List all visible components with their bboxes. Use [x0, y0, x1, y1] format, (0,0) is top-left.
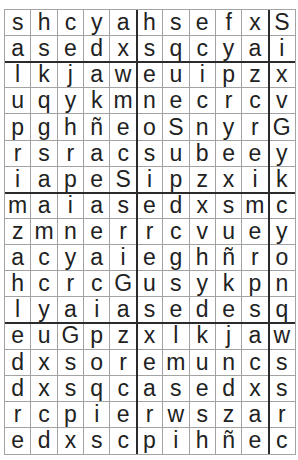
grid-cell-r17c8[interactable]: h [190, 428, 216, 454]
grid-cell-r12c10[interactable]: s [242, 297, 268, 323]
grid-cell-r14c11[interactable]: s [269, 350, 295, 376]
grid-cell-r9c2[interactable]: m [31, 219, 57, 245]
grid-cell-r1c7[interactable]: s [163, 10, 189, 36]
grid-cell-r7c10[interactable]: i [242, 167, 268, 193]
grid-cell-r13c5[interactable]: z [110, 323, 136, 349]
grid-cell-r9c3[interactable]: n [58, 219, 84, 245]
grid-cell-r17c9[interactable]: ñ [216, 428, 242, 454]
grid-cell-r13c4[interactable]: p [84, 323, 110, 349]
grid-cell-r5c11[interactable]: G [269, 114, 295, 140]
grid-cell-r10c2[interactable]: c [31, 245, 57, 271]
grid-cell-r5c9[interactable]: y [216, 114, 242, 140]
grid-cell-r14c10[interactable]: c [242, 350, 268, 376]
grid-cell-r7c5[interactable]: S [110, 167, 136, 193]
grid-cell-r16c6[interactable]: r [137, 402, 163, 428]
grid-cell-r13c11[interactable]: w [269, 323, 295, 349]
grid-cell-r3c5[interactable]: w [110, 62, 136, 88]
grid-cell-r17c3[interactable]: x [58, 428, 84, 454]
grid-cell-r6c3[interactable]: r [58, 141, 84, 167]
grid-cell-r8c5[interactable]: s [110, 193, 136, 219]
grid-cell-r10c7[interactable]: g [163, 245, 189, 271]
grid-cell-r3c2[interactable]: k [31, 62, 57, 88]
grid-cell-r11c10[interactable]: p [242, 271, 268, 297]
grid-cell-r1c3[interactable]: c [58, 10, 84, 36]
grid-cell-r11c7[interactable]: s [163, 271, 189, 297]
grid-cell-r4c4[interactable]: k [84, 88, 110, 114]
grid-cell-r16c1[interactable]: r [5, 402, 31, 428]
grid-cell-r12c2[interactable]: y [31, 297, 57, 323]
grid-cell-r6c5[interactable]: c [110, 141, 136, 167]
grid-cell-r12c3[interactable]: a [58, 297, 84, 323]
grid-cell-r10c4[interactable]: a [84, 245, 110, 271]
grid-cell-r5c10[interactable]: r [242, 114, 268, 140]
grid-cell-r14c5[interactable]: r [110, 350, 136, 376]
grid-cell-r7c9[interactable]: x [216, 167, 242, 193]
grid-cell-r17c10[interactable]: e [242, 428, 268, 454]
grid-cell-r3c11[interactable]: x [269, 62, 295, 88]
grid-cell-r17c4[interactable]: s [84, 428, 110, 454]
grid-cell-r16c7[interactable]: w [163, 402, 189, 428]
grid-cell-r1c10[interactable]: x [242, 10, 268, 36]
grid-cell-r3c3[interactable]: j [58, 62, 84, 88]
grid-cell-r4c3[interactable]: y [58, 88, 84, 114]
grid-cell-r13c3[interactable]: G [58, 323, 84, 349]
grid-cell-r8c10[interactable]: m [242, 193, 268, 219]
grid-cell-r12c11[interactable]: q [269, 297, 295, 323]
grid-cell-r12c9[interactable]: e [216, 297, 242, 323]
grid-cell-r5c7[interactable]: S [163, 114, 189, 140]
grid-cell-r5c3[interactable]: h [58, 114, 84, 140]
grid-cell-r16c11[interactable]: r [269, 402, 295, 428]
grid-cell-r6c1[interactable]: r [5, 141, 31, 167]
grid-cell-r8c1[interactable]: m [5, 193, 31, 219]
grid-cell-r17c11[interactable]: c [269, 428, 295, 454]
grid-cell-r4c11[interactable]: v [269, 88, 295, 114]
grid-cell-r8c4[interactable]: a [84, 193, 110, 219]
grid-cell-r4c6[interactable]: n [137, 88, 163, 114]
grid-cell-r2c8[interactable]: c [190, 36, 216, 62]
grid-cell-r11c4[interactable]: c [84, 271, 110, 297]
grid-cell-r1c4[interactable]: y [84, 10, 110, 36]
grid-cell-r2c7[interactable]: q [163, 36, 189, 62]
grid-cell-r11c6[interactable]: u [137, 271, 163, 297]
grid-cell-r6c4[interactable]: a [84, 141, 110, 167]
grid-cell-r9c9[interactable]: u [216, 219, 242, 245]
grid-cell-r15c7[interactable]: s [163, 376, 189, 402]
grid-cell-r10c5[interactable]: i [110, 245, 136, 271]
grid-cell-r2c10[interactable]: a [242, 36, 268, 62]
grid-cell-r7c6[interactable]: i [137, 167, 163, 193]
grid-cell-r14c4[interactable]: o [84, 350, 110, 376]
grid-cell-r8c7[interactable]: d [163, 193, 189, 219]
grid-cell-r14c6[interactable]: e [137, 350, 163, 376]
grid-cell-r3c7[interactable]: u [163, 62, 189, 88]
grid-cell-r2c4[interactable]: d [84, 36, 110, 62]
grid-cell-r5c8[interactable]: n [190, 114, 216, 140]
grid-cell-r11c1[interactable]: h [5, 271, 31, 297]
grid-cell-r3c10[interactable]: z [242, 62, 268, 88]
grid-cell-r4c8[interactable]: c [190, 88, 216, 114]
grid-cell-r15c1[interactable]: d [5, 376, 31, 402]
grid-cell-r12c1[interactable]: l [5, 297, 31, 323]
grid-cell-r11c2[interactable]: c [31, 271, 57, 297]
grid-cell-r14c7[interactable]: m [163, 350, 189, 376]
grid-cell-r2c5[interactable]: x [110, 36, 136, 62]
grid-cell-r10c3[interactable]: y [58, 245, 84, 271]
grid-cell-r17c1[interactable]: e [5, 428, 31, 454]
grid-cell-r13c10[interactable]: a [242, 323, 268, 349]
grid-cell-r3c1[interactable]: l [5, 62, 31, 88]
grid-cell-r13c2[interactable]: u [31, 323, 57, 349]
grid-cell-r12c5[interactable]: a [110, 297, 136, 323]
letter-grid: shcyahsefxSasedxsqcyailkjaweuipzxuqykmne… [5, 10, 295, 454]
grid-cell-r10c9[interactable]: ñ [216, 245, 242, 271]
grid-cell-r7c8[interactable]: z [190, 167, 216, 193]
grid-cell-r8c8[interactable]: x [190, 193, 216, 219]
grid-cell-r16c5[interactable]: e [110, 402, 136, 428]
grid-cell-r8c6[interactable]: e [137, 193, 163, 219]
grid-cell-r6c7[interactable]: u [163, 141, 189, 167]
grid-cell-r15c9[interactable]: d [216, 376, 242, 402]
grid-cell-r1c1[interactable]: s [5, 10, 31, 36]
grid-cell-r15c4[interactable]: q [84, 376, 110, 402]
grid-cell-r9c1[interactable]: z [5, 219, 31, 245]
grid-cell-r3c4[interactable]: a [84, 62, 110, 88]
grid-cell-r2c9[interactable]: y [216, 36, 242, 62]
grid-cell-r1c9[interactable]: f [216, 10, 242, 36]
grid-cell-r17c7[interactable]: i [163, 428, 189, 454]
grid-cell-r7c1[interactable]: i [5, 167, 31, 193]
grid-cell-r3c8[interactable]: i [190, 62, 216, 88]
grid-cell-r13c6[interactable]: x [137, 323, 163, 349]
grid-cell-r6c9[interactable]: e [216, 141, 242, 167]
grid-cell-r13c7[interactable]: l [163, 323, 189, 349]
grid-cell-r10c8[interactable]: h [190, 245, 216, 271]
grid-cell-r15c10[interactable]: x [242, 376, 268, 402]
grid-cell-r2c11[interactable]: i [269, 36, 295, 62]
grid-cell-r6c6[interactable]: s [137, 141, 163, 167]
grid-cell-r2c6[interactable]: s [137, 36, 163, 62]
grid-cell-r13c8[interactable]: k [190, 323, 216, 349]
grid-cell-r14c3[interactable]: s [58, 350, 84, 376]
grid-cell-r12c7[interactable]: e [163, 297, 189, 323]
grid-cell-r8c11[interactable]: c [269, 193, 295, 219]
grid-cell-r5c5[interactable]: e [110, 114, 136, 140]
grid-cell-r9c5[interactable]: r [110, 219, 136, 245]
grid-cell-r3c9[interactable]: p [216, 62, 242, 88]
grid-cell-r13c9[interactable]: j [216, 323, 242, 349]
grid-cell-r15c2[interactable]: x [31, 376, 57, 402]
grid-cell-r4c2[interactable]: q [31, 88, 57, 114]
grid-cell-r2c3[interactable]: e [58, 36, 84, 62]
grid-cell-r13c1[interactable]: e [5, 323, 31, 349]
grid-cell-r7c11[interactable]: k [269, 167, 295, 193]
grid-cell-r3c6[interactable]: e [137, 62, 163, 88]
grid-cell-r11c9[interactable]: k [216, 271, 242, 297]
grid-cell-r5c2[interactable]: g [31, 114, 57, 140]
grid-cell-r4c1[interactable]: u [5, 88, 31, 114]
grid-cell-r15c11[interactable]: s [269, 376, 295, 402]
grid-cell-r15c6[interactable]: a [137, 376, 163, 402]
grid-cell-r17c2[interactable]: d [31, 428, 57, 454]
grid-cell-r7c4[interactable]: e [84, 167, 110, 193]
grid-cell-r11c5[interactable]: G [110, 271, 136, 297]
grid-cell-r1c5[interactable]: a [110, 10, 136, 36]
grid-cell-r6c11[interactable]: y [269, 141, 295, 167]
grid-cell-r5c1[interactable]: p [5, 114, 31, 140]
grid-cell-r10c1[interactable]: a [5, 245, 31, 271]
grid-cell-r5c4[interactable]: ñ [84, 114, 110, 140]
grid-cell-r4c5[interactable]: m [110, 88, 136, 114]
grid-cell-r6c8[interactable]: b [190, 141, 216, 167]
grid-cell-r17c6[interactable]: p [137, 428, 163, 454]
grid-cell-r15c3[interactable]: s [58, 376, 84, 402]
grid-cell-r9c11[interactable]: y [269, 219, 295, 245]
grid-cell-r1c6[interactable]: h [137, 10, 163, 36]
grid-cell-r9c7[interactable]: c [163, 219, 189, 245]
grid-cell-r1c2[interactable]: h [31, 10, 57, 36]
grid-cell-r15c5[interactable]: c [110, 376, 136, 402]
grid-cell-r4c9[interactable]: r [216, 88, 242, 114]
grid-cell-r7c7[interactable]: p [163, 167, 189, 193]
grid-cell-r14c2[interactable]: x [31, 350, 57, 376]
grid-cell-r1c8[interactable]: e [190, 10, 216, 36]
grid-cell-r14c8[interactable]: u [190, 350, 216, 376]
grid-cell-r4c10[interactable]: c [242, 88, 268, 114]
grid-cell-r11c3[interactable]: r [58, 271, 84, 297]
word-search-board: shcyahsefxSasedxsqcyailkjaweuipzxuqykmne… [4, 9, 296, 455]
grid-cell-r16c10[interactable]: a [242, 402, 268, 428]
grid-cell-r1c11[interactable]: S [269, 10, 295, 36]
grid-cell-r8c3[interactable]: i [58, 193, 84, 219]
grid-cell-r9c8[interactable]: v [190, 219, 216, 245]
grid-cell-r14c1[interactable]: d [5, 350, 31, 376]
grid-cell-r14c9[interactable]: n [216, 350, 242, 376]
grid-cell-r11c8[interactable]: y [190, 271, 216, 297]
grid-cell-r16c3[interactable]: p [58, 402, 84, 428]
grid-cell-r7c3[interactable]: p [58, 167, 84, 193]
grid-cell-r12c8[interactable]: d [190, 297, 216, 323]
grid-cell-r9c4[interactable]: e [84, 219, 110, 245]
grid-cell-r16c2[interactable]: c [31, 402, 57, 428]
grid-cell-r2c1[interactable]: a [5, 36, 31, 62]
grid-cell-r2c2[interactable]: s [31, 36, 57, 62]
grid-cell-r11c11[interactable]: n [269, 271, 295, 297]
grid-cell-r12c4[interactable]: i [84, 297, 110, 323]
grid-cell-r9c6[interactable]: r [137, 219, 163, 245]
grid-cell-r5c6[interactable]: o [137, 114, 163, 140]
grid-cell-r10c10[interactable]: r [242, 245, 268, 271]
grid-cell-r6c2[interactable]: s [31, 141, 57, 167]
grid-cell-r10c6[interactable]: e [137, 245, 163, 271]
grid-cell-r10c11[interactable]: o [269, 245, 295, 271]
grid-cell-r9c10[interactable]: e [242, 219, 268, 245]
grid-cell-r15c8[interactable]: e [190, 376, 216, 402]
grid-cell-r16c4[interactable]: i [84, 402, 110, 428]
grid-cell-r16c9[interactable]: z [216, 402, 242, 428]
grid-cell-r17c5[interactable]: c [110, 428, 136, 454]
grid-cell-r6c10[interactable]: e [242, 141, 268, 167]
grid-cell-r8c9[interactable]: s [216, 193, 242, 219]
grid-cell-r12c6[interactable]: s [137, 297, 163, 323]
grid-cell-r7c2[interactable]: a [31, 167, 57, 193]
grid-cell-r16c8[interactable]: s [190, 402, 216, 428]
grid-cell-r4c7[interactable]: e [163, 88, 189, 114]
grid-cell-r8c2[interactable]: a [31, 193, 57, 219]
